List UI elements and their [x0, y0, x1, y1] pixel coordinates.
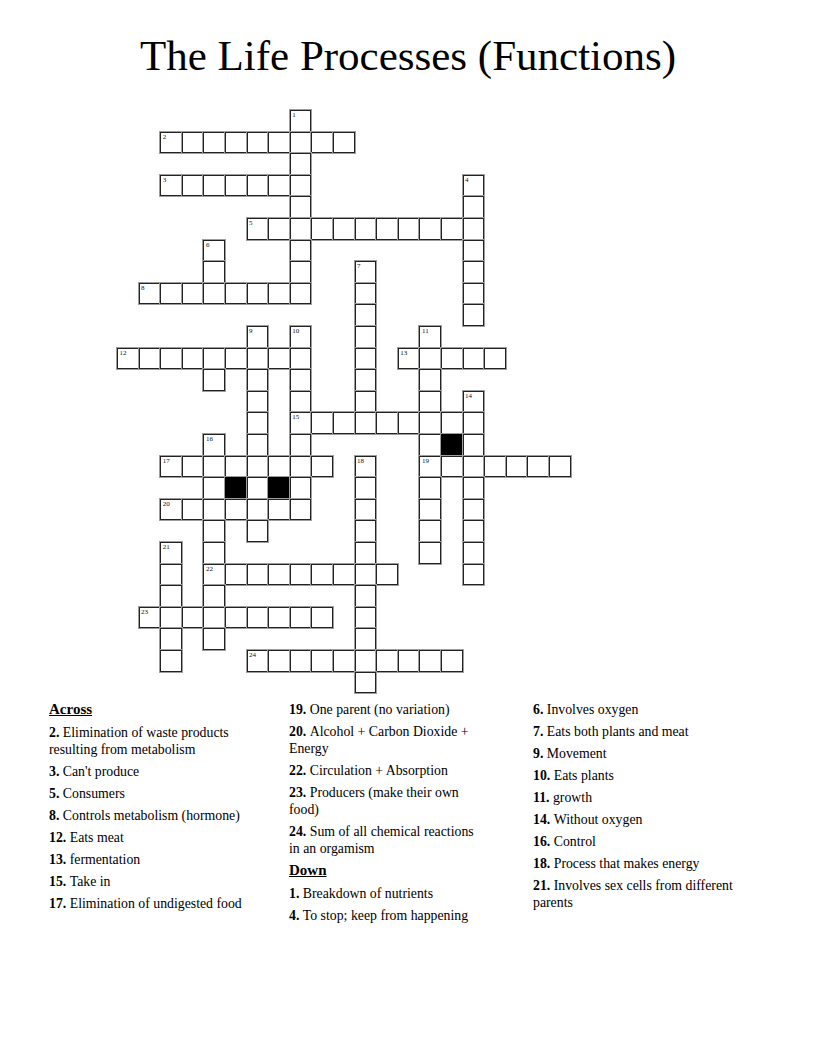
- grid-cell[interactable]: [419, 391, 441, 413]
- clue-number: 9: [249, 327, 253, 335]
- grid-cell[interactable]: [419, 218, 441, 240]
- grid-cell[interactable]: [290, 261, 312, 283]
- grid-cell[interactable]: 4: [463, 175, 485, 197]
- grid-cell[interactable]: [225, 564, 247, 586]
- clue-down-10: 10. Eats plants: [533, 767, 733, 784]
- grid-cell[interactable]: [247, 607, 269, 629]
- grid-cell[interactable]: [225, 499, 247, 521]
- grid-cell[interactable]: [290, 175, 312, 197]
- clues-column-across: Across2. Elimination of waste products r…: [49, 701, 244, 917]
- grid-cell[interactable]: [463, 477, 485, 499]
- clue-across-5: 5. Consumers: [49, 785, 244, 802]
- grid-cell[interactable]: [290, 132, 312, 154]
- grid-cell[interactable]: [463, 348, 485, 370]
- clue-number: 13: [400, 349, 407, 357]
- grid-cell[interactable]: [268, 283, 290, 305]
- grid-cell[interactable]: [225, 607, 247, 629]
- grid-cell[interactable]: [419, 434, 441, 456]
- clue-number: 23: [141, 608, 148, 616]
- grid-cell[interactable]: [376, 218, 398, 240]
- grid-cell[interactable]: [419, 477, 441, 499]
- grid-cell[interactable]: [268, 175, 290, 197]
- grid-cell[interactable]: [463, 412, 485, 434]
- grid-cell[interactable]: [247, 369, 269, 391]
- grid-cell[interactable]: [268, 348, 290, 370]
- grid-cell[interactable]: 1: [290, 110, 312, 132]
- grid-cell[interactable]: 9: [247, 326, 269, 348]
- grid-cell[interactable]: [290, 283, 312, 305]
- grid-cell[interactable]: [290, 650, 312, 672]
- grid-cell[interactable]: [355, 564, 377, 586]
- clue-down-16: 16. Control: [533, 833, 733, 850]
- grid-cell[interactable]: [355, 348, 377, 370]
- grid-cell[interactable]: [355, 628, 377, 650]
- grid-cell[interactable]: 3: [160, 175, 182, 197]
- crossword-page: The Life Processes (Functions) 123456789…: [0, 0, 816, 1056]
- clue-number: 6: [206, 241, 210, 249]
- grid-cell[interactable]: [182, 607, 204, 629]
- grid-cell[interactable]: [247, 175, 269, 197]
- grid-cell[interactable]: [463, 564, 485, 586]
- grid-cell[interactable]: [398, 218, 420, 240]
- grid-cell[interactable]: [247, 477, 269, 499]
- grid-cell[interactable]: [182, 175, 204, 197]
- clue-number: 1: [292, 111, 296, 119]
- clue-across-8: 8. Controls metabolism (hormone): [49, 807, 244, 824]
- grid-cell[interactable]: [441, 650, 463, 672]
- grid-cell[interactable]: [311, 607, 333, 629]
- grid-cell[interactable]: [182, 456, 204, 478]
- grid-cell[interactable]: [376, 650, 398, 672]
- clue-across-3: 3. Can't produce: [49, 763, 244, 780]
- grid-cell[interactable]: [203, 477, 225, 499]
- grid-cell[interactable]: [333, 218, 355, 240]
- grid-cell[interactable]: [311, 650, 333, 672]
- grid-cell[interactable]: [355, 304, 377, 326]
- grid-cell[interactable]: [203, 348, 225, 370]
- grid-cell[interactable]: [268, 650, 290, 672]
- clue-number: 24: [249, 651, 256, 659]
- grid-cell[interactable]: [268, 132, 290, 154]
- grid-cell[interactable]: [463, 218, 485, 240]
- clue-number: 10: [292, 327, 299, 335]
- clue-number: 20: [163, 500, 170, 508]
- grid-cell[interactable]: [225, 456, 247, 478]
- grid-cell[interactable]: [247, 434, 269, 456]
- grid-cell[interactable]: [160, 585, 182, 607]
- grid-cell[interactable]: [182, 283, 204, 305]
- grid-cell[interactable]: 2: [160, 132, 182, 154]
- grid-cell[interactable]: [290, 434, 312, 456]
- grid-cell[interactable]: [247, 132, 269, 154]
- grid-cell[interactable]: [247, 564, 269, 586]
- grid-cell[interactable]: [355, 369, 377, 391]
- grid-cell[interactable]: [203, 175, 225, 197]
- grid-cell[interactable]: [268, 499, 290, 521]
- grid-cell[interactable]: [441, 456, 463, 478]
- clue-number: 17: [163, 457, 170, 465]
- grid-cell[interactable]: [376, 412, 398, 434]
- grid-cell[interactable]: 15: [290, 412, 312, 434]
- grid-cell[interactable]: 5: [247, 218, 269, 240]
- grid-cell[interactable]: [463, 240, 485, 262]
- grid-cell[interactable]: [268, 564, 290, 586]
- clue-across-19: 19. One parent (no variation): [289, 701, 479, 718]
- grid-cell[interactable]: [203, 520, 225, 542]
- grid-cell[interactable]: [203, 499, 225, 521]
- grid-cell[interactable]: [247, 520, 269, 542]
- black-cell: [441, 434, 463, 456]
- grid-cell[interactable]: [419, 499, 441, 521]
- grid-cell[interactable]: [549, 456, 571, 478]
- grid-cell[interactable]: [355, 218, 377, 240]
- grid-cell[interactable]: [484, 348, 506, 370]
- grid-cell[interactable]: [290, 456, 312, 478]
- grid-cell[interactable]: [419, 369, 441, 391]
- grid-cell[interactable]: [203, 542, 225, 564]
- grid-cell[interactable]: [311, 218, 333, 240]
- grid-cell[interactable]: [268, 218, 290, 240]
- grid-cell[interactable]: [463, 520, 485, 542]
- clue-down-21: 21. Involves sex cells from different pa…: [533, 877, 733, 911]
- grid-cell[interactable]: 6: [203, 240, 225, 262]
- clue-number: 18: [357, 457, 364, 465]
- clue-number: 16: [206, 435, 213, 443]
- grid-cell[interactable]: [160, 607, 182, 629]
- grid-cell[interactable]: [311, 132, 333, 154]
- grid-cell[interactable]: 16: [203, 434, 225, 456]
- grid-cell[interactable]: [463, 196, 485, 218]
- grid-cell[interactable]: [203, 585, 225, 607]
- grid-cell[interactable]: [203, 456, 225, 478]
- clue-across-22: 22. Circulation + Absorption: [289, 762, 479, 779]
- grid-cell[interactable]: [419, 650, 441, 672]
- clue-section-header: Down: [289, 862, 479, 879]
- grid-cell[interactable]: [225, 175, 247, 197]
- grid-cell[interactable]: 18: [355, 456, 377, 478]
- grid-cell[interactable]: 8: [139, 283, 161, 305]
- grid-cell[interactable]: [247, 412, 269, 434]
- grid-cell[interactable]: [203, 607, 225, 629]
- grid-cell[interactable]: [247, 391, 269, 413]
- grid-cell[interactable]: [441, 218, 463, 240]
- grid-cell[interactable]: [398, 412, 420, 434]
- grid-cell[interactable]: [463, 456, 485, 478]
- grid-cell[interactable]: [419, 412, 441, 434]
- clue-across-2: 2. Elimination of waste products resulti…: [49, 724, 244, 758]
- grid-cell[interactable]: [247, 348, 269, 370]
- grid-cell[interactable]: [463, 542, 485, 564]
- grid-cell[interactable]: [182, 132, 204, 154]
- clue-down-11: 11. growth: [533, 789, 733, 806]
- grid-cell[interactable]: [527, 456, 549, 478]
- grid-cell[interactable]: [203, 628, 225, 650]
- grid-cell[interactable]: [247, 456, 269, 478]
- grid-cell[interactable]: [290, 607, 312, 629]
- clue-number: 19: [422, 457, 429, 465]
- grid-cell[interactable]: [355, 326, 377, 348]
- clue-number: 12: [120, 349, 127, 357]
- grid-cell[interactable]: [463, 283, 485, 305]
- grid-cell[interactable]: [290, 369, 312, 391]
- clue-number: 22: [206, 565, 213, 573]
- clues-column-down: 6. Involves oxygen7. Eats both plants an…: [533, 701, 733, 916]
- grid-cell[interactable]: [355, 542, 377, 564]
- grid-cell[interactable]: [355, 499, 377, 521]
- grid-cell[interactable]: [333, 132, 355, 154]
- clue-down-9: 9. Movement: [533, 745, 733, 762]
- black-cell: [268, 477, 290, 499]
- grid-cell[interactable]: [203, 369, 225, 391]
- grid-cell[interactable]: [355, 650, 377, 672]
- grid-cell[interactable]: [463, 499, 485, 521]
- clue-across-13: 13. fermentation: [49, 851, 244, 868]
- clue-across-20: 20. Alcohol + Carbon Dioxide + Energy: [289, 723, 479, 757]
- grid-cell[interactable]: [463, 304, 485, 326]
- grid-cell[interactable]: [247, 283, 269, 305]
- grid-cell[interactable]: [160, 628, 182, 650]
- grid-cell[interactable]: [419, 348, 441, 370]
- clue-number: 2: [163, 133, 167, 141]
- grid-cell[interactable]: [290, 153, 312, 175]
- grid-cell[interactable]: [290, 240, 312, 262]
- clue-down-4: 4. To stop; keep from happening: [289, 907, 479, 924]
- grid-cell[interactable]: [311, 412, 333, 434]
- black-cell: [225, 477, 247, 499]
- clue-down-7: 7. Eats both plants and meat: [533, 723, 733, 740]
- grid-cell[interactable]: [355, 520, 377, 542]
- crossword-grid: 123456789101112131415161718192021222324: [117, 110, 571, 693]
- clue-number: 3: [163, 176, 167, 184]
- clue-across-23: 23. Producers (make their own food): [289, 784, 479, 818]
- clue-down-18: 18. Process that makes energy: [533, 855, 733, 872]
- grid-cell[interactable]: 24: [247, 650, 269, 672]
- grid-cell[interactable]: [160, 348, 182, 370]
- grid-cell[interactable]: [290, 391, 312, 413]
- grid-cell[interactable]: [333, 412, 355, 434]
- grid-cell[interactable]: [355, 477, 377, 499]
- puzzle-title: The Life Processes (Functions): [0, 30, 816, 82]
- clue-across-12: 12. Eats meat: [49, 829, 244, 846]
- clue-down-14: 14. Without oxygen: [533, 811, 733, 828]
- clue-number: 7: [357, 262, 361, 270]
- grid-cell[interactable]: [160, 283, 182, 305]
- grid-cell[interactable]: [247, 499, 269, 521]
- grid-cell[interactable]: [398, 650, 420, 672]
- grid-cell[interactable]: [484, 456, 506, 478]
- grid-cell[interactable]: [160, 564, 182, 586]
- grid-cell[interactable]: [225, 132, 247, 154]
- clue-section-header: Across: [49, 701, 244, 718]
- grid-cell[interactable]: [419, 542, 441, 564]
- clue-across-24: 24. Sum of all chemical reactions in an …: [289, 823, 479, 857]
- clue-down-6: 6. Involves oxygen: [533, 701, 733, 718]
- clue-number: 5: [249, 219, 253, 227]
- clue-number: 8: [141, 284, 145, 292]
- clue-down-1: 1. Breakdown of nutrients: [289, 885, 479, 902]
- grid-cell[interactable]: 17: [160, 456, 182, 478]
- grid-cell[interactable]: [225, 283, 247, 305]
- clue-across-15: 15. Take in: [49, 873, 244, 890]
- grid-cell[interactable]: [355, 391, 377, 413]
- grid-cell[interactable]: [311, 456, 333, 478]
- clue-across-17: 17. Elimination of undigested food: [49, 895, 244, 912]
- clue-number: 11: [422, 327, 429, 335]
- grid-cell[interactable]: 23: [139, 607, 161, 629]
- grid-cell[interactable]: [290, 477, 312, 499]
- grid-cell[interactable]: [203, 283, 225, 305]
- grid-cell[interactable]: [463, 434, 485, 456]
- grid-cell[interactable]: 20: [160, 499, 182, 521]
- grid-cell[interactable]: [333, 564, 355, 586]
- grid-cell[interactable]: [419, 520, 441, 542]
- clues-column-middle: 19. One parent (no variation)20. Alcohol…: [289, 701, 479, 929]
- grid-cell[interactable]: [441, 412, 463, 434]
- grid-cell[interactable]: 11: [419, 326, 441, 348]
- grid-cell[interactable]: [355, 672, 377, 694]
- grid-cell[interactable]: 7: [355, 261, 377, 283]
- grid-cell[interactable]: 10: [290, 326, 312, 348]
- grid-cell[interactable]: [160, 650, 182, 672]
- grid-cell[interactable]: 22: [203, 564, 225, 586]
- grid-cell[interactable]: [290, 499, 312, 521]
- grid-cell[interactable]: [355, 585, 377, 607]
- grid-cell[interactable]: [355, 607, 377, 629]
- grid-cell[interactable]: [376, 564, 398, 586]
- grid-cell[interactable]: 12: [117, 348, 139, 370]
- grid-cell[interactable]: [225, 348, 247, 370]
- grid-cell[interactable]: [268, 456, 290, 478]
- grid-cell[interactable]: [290, 348, 312, 370]
- grid-cell[interactable]: [290, 218, 312, 240]
- grid-cell[interactable]: [268, 607, 290, 629]
- clue-number: 15: [292, 413, 299, 421]
- grid-cell[interactable]: [355, 283, 377, 305]
- grid-cell[interactable]: [203, 261, 225, 283]
- grid-cell[interactable]: [139, 348, 161, 370]
- grid-cell[interactable]: 14: [463, 391, 485, 413]
- grid-cell[interactable]: [182, 499, 204, 521]
- grid-cell[interactable]: 19: [419, 456, 441, 478]
- grid-cell[interactable]: 13: [398, 348, 420, 370]
- clue-number: 14: [465, 392, 472, 400]
- grid-cell[interactable]: [355, 412, 377, 434]
- grid-cell[interactable]: [203, 132, 225, 154]
- clue-number: 21: [163, 543, 170, 551]
- grid-cell[interactable]: [333, 650, 355, 672]
- grid-cell[interactable]: [290, 564, 312, 586]
- grid-cell[interactable]: 21: [160, 542, 182, 564]
- grid-cell[interactable]: [311, 564, 333, 586]
- grid-cell[interactable]: [506, 456, 528, 478]
- grid-cell[interactable]: [182, 348, 204, 370]
- grid-cell[interactable]: [463, 261, 485, 283]
- clue-number: 4: [465, 176, 469, 184]
- grid-cell[interactable]: [290, 196, 312, 218]
- grid-cell[interactable]: [441, 348, 463, 370]
